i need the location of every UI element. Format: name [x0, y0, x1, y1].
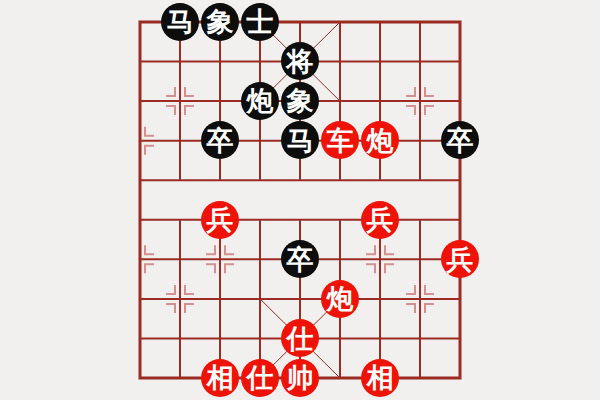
piece-black-general[interactable]: 将 [281, 42, 319, 80]
piece-black-advisor[interactable]: 士 [241, 3, 279, 41]
piece-black-soldier[interactable]: 卒 [201, 121, 239, 159]
xiangqi-app: 马象士将炮象卒马车炮卒兵兵卒兵炮仕相仕帅相 [0, 0, 600, 400]
piece-black-elephant[interactable]: 象 [201, 3, 239, 41]
piece-red-general[interactable]: 帅 [281, 359, 319, 397]
piece-black-cannon[interactable]: 炮 [241, 82, 279, 120]
piece-red-elephant[interactable]: 相 [201, 359, 239, 397]
piece-black-elephant[interactable]: 象 [281, 82, 319, 120]
piece-black-soldier[interactable]: 卒 [441, 121, 479, 159]
piece-black-soldier[interactable]: 卒 [281, 240, 319, 278]
piece-red-cannon[interactable]: 炮 [321, 280, 359, 318]
piece-red-cannon[interactable]: 炮 [361, 121, 399, 159]
piece-black-horse[interactable]: 马 [161, 3, 199, 41]
piece-red-advisor[interactable]: 仕 [281, 319, 319, 357]
piece-black-horse[interactable]: 马 [281, 121, 319, 159]
piece-red-chariot[interactable]: 车 [321, 121, 359, 159]
pieces-layer: 马象士将炮象卒马车炮卒兵兵卒兵炮仕相仕帅相 [120, 2, 480, 397]
piece-red-soldier[interactable]: 兵 [361, 201, 399, 239]
piece-red-soldier[interactable]: 兵 [441, 240, 479, 278]
piece-red-soldier[interactable]: 兵 [201, 201, 239, 239]
piece-red-advisor[interactable]: 仕 [241, 359, 279, 397]
piece-red-elephant[interactable]: 相 [361, 359, 399, 397]
